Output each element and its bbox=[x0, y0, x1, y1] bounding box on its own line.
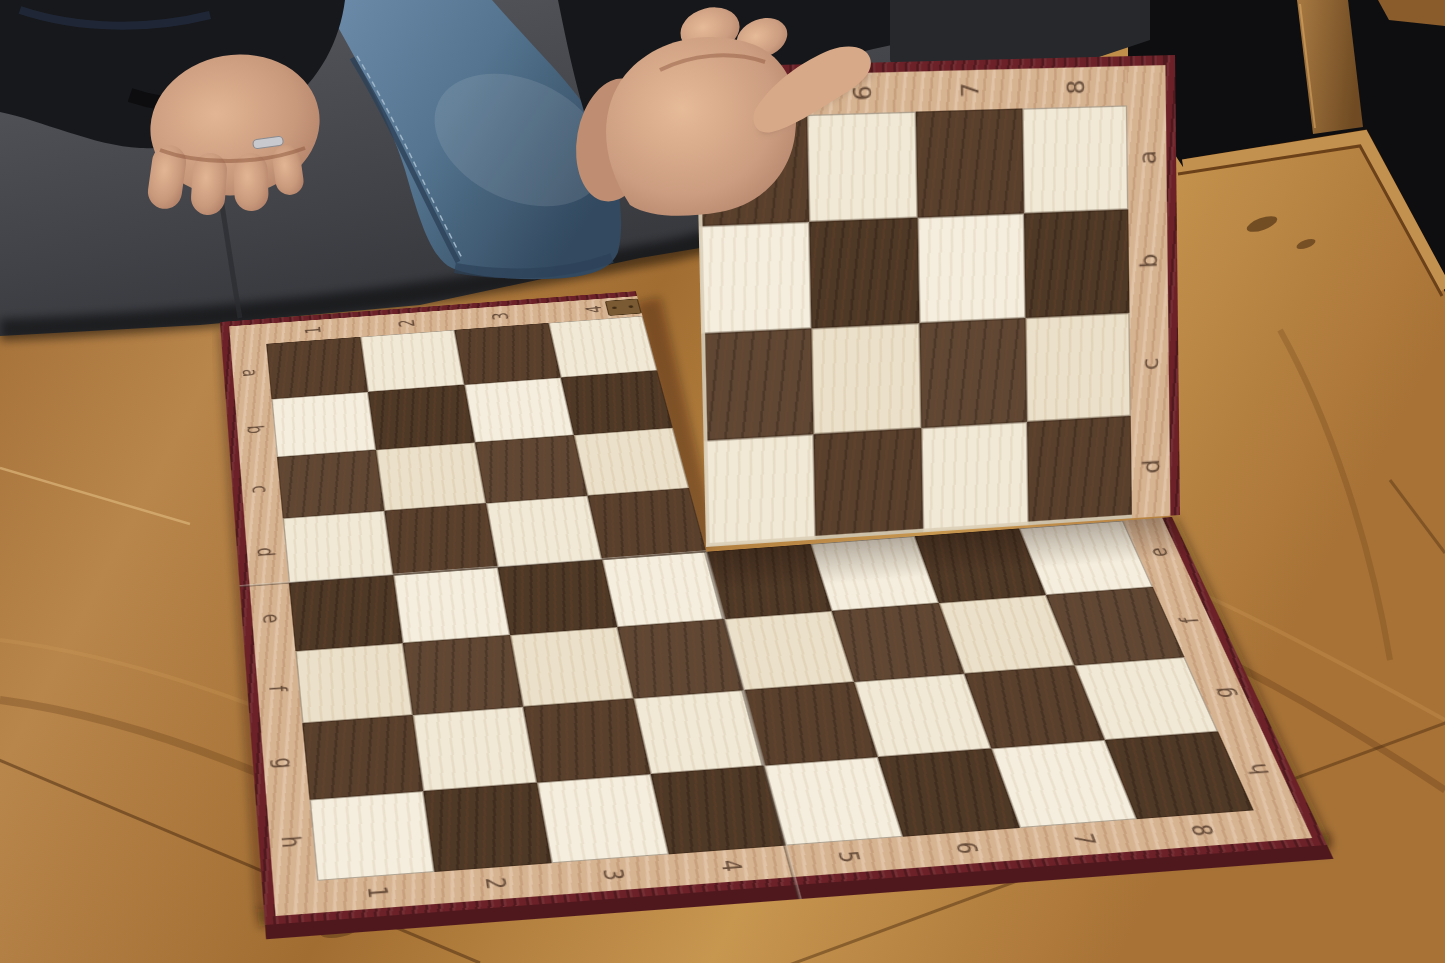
photo-scene: 123412345678abcdefghefgh 5678abcd bbox=[0, 0, 1445, 963]
right-hand-overlay bbox=[0, 0, 1445, 963]
